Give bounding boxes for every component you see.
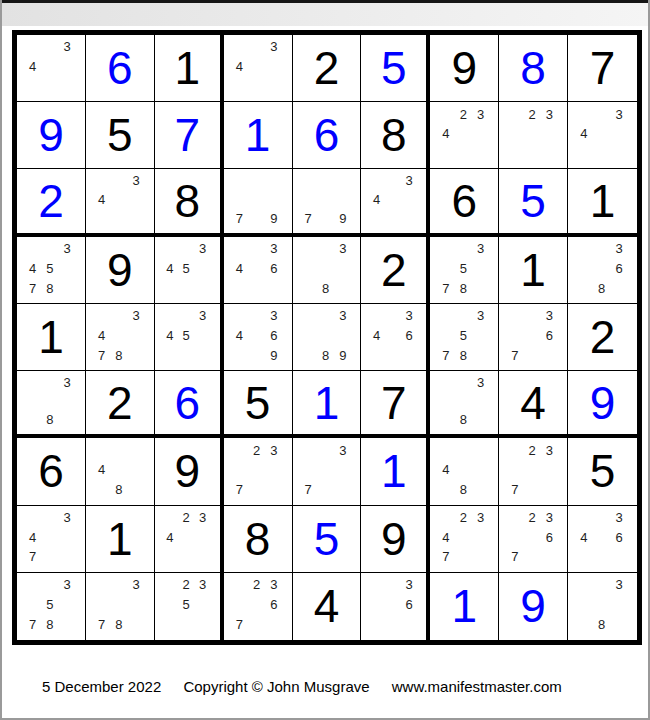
cell-r1c8[interactable]: 8 — [499, 35, 568, 102]
candidate-digit: 7 — [506, 547, 523, 567]
cell-r3c3[interactable]: 8 — [155, 169, 224, 236]
cell-r7c6[interactable]: 1 — [361, 438, 430, 505]
entered-digit: 9 — [38, 112, 64, 158]
candidate-digit: 5 — [455, 258, 472, 278]
cell-r4c1[interactable]: 34578 — [17, 237, 86, 304]
candidate-digit: 4 — [231, 57, 248, 77]
candidate-digit: 3 — [472, 373, 489, 392]
candidate-digit: 9 — [265, 345, 282, 365]
candidate-digit: 3 — [610, 575, 628, 595]
candidate-digit: 4 — [437, 460, 454, 480]
given-digit: 9 — [107, 247, 133, 293]
cell-r4c4[interactable]: 346 — [224, 237, 293, 304]
candidate-digit: 6 — [401, 326, 417, 346]
candidate-grid: 3578 — [430, 304, 498, 370]
candidate-digit: 7 — [93, 615, 110, 635]
cell-r6c8[interactable]: 4 — [499, 371, 568, 438]
cell-r9c5[interactable]: 4 — [293, 573, 362, 640]
cell-r9c9[interactable]: 38 — [568, 573, 637, 640]
cell-r1c5[interactable]: 2 — [293, 35, 362, 102]
candidate-digit: 3 — [334, 239, 351, 259]
candidate-digit: 5 — [455, 326, 472, 346]
entered-digit: 6 — [314, 112, 340, 158]
candidate-grid: 38 — [293, 237, 361, 303]
cell-r5c4[interactable]: 3469 — [224, 304, 293, 371]
candidate-grid: 234 — [155, 506, 220, 572]
cell-r7c7[interactable]: 48 — [430, 438, 499, 505]
candidate-grid: 36 — [361, 573, 426, 640]
entered-digit: 6 — [174, 380, 200, 426]
candidate-digit: 4 — [24, 527, 41, 547]
given-digit: 8 — [381, 112, 407, 158]
given-digit: 2 — [381, 247, 407, 293]
cell-r2c2[interactable]: 5 — [86, 102, 155, 169]
candidate-grid: 2367 — [224, 573, 292, 640]
candidate-digit: 6 — [610, 258, 628, 278]
candidate-digit: 6 — [541, 326, 558, 346]
candidate-digit: 3 — [610, 508, 628, 528]
candidate-digit: 3 — [541, 306, 558, 326]
candidate-digit: 8 — [455, 411, 472, 430]
candidate-digit: 3 — [194, 306, 210, 326]
candidate-digit: 3 — [610, 239, 628, 259]
entered-digit: 6 — [107, 45, 133, 91]
candidate-grid: 79 — [224, 169, 292, 232]
cell-r3c9[interactable]: 1 — [568, 169, 637, 236]
cell-r6c4[interactable]: 5 — [224, 371, 293, 438]
candidate-digit: 8 — [593, 615, 611, 635]
entered-digit: 1 — [245, 112, 271, 158]
candidate-digit: 2 — [178, 575, 194, 595]
candidate-digit: 7 — [300, 209, 317, 228]
cell-r9c6[interactable]: 36 — [361, 573, 430, 640]
cell-r6c9[interactable]: 9 — [568, 371, 637, 438]
cell-r5c1[interactable]: 1 — [17, 304, 86, 371]
candidate-digit: 3 — [401, 306, 417, 326]
cell-r5c2[interactable]: 3478 — [86, 304, 155, 371]
given-digit: 4 — [314, 583, 340, 629]
candidate-digit: 3 — [127, 575, 144, 595]
cell-r8c9[interactable]: 346 — [568, 506, 637, 573]
candidate-digit: 4 — [162, 326, 178, 346]
cell-r8c1[interactable]: 347 — [17, 506, 86, 573]
candidate-grid: 3578 — [17, 573, 85, 640]
candidate-digit: 9 — [265, 209, 282, 228]
candidate-grid: 368 — [568, 237, 637, 303]
candidate-digit: 7 — [231, 209, 248, 228]
candidate-grid: 34 — [568, 102, 637, 168]
entered-digit: 5 — [520, 178, 546, 224]
cell-r8c2[interactable]: 1 — [86, 506, 155, 573]
candidate-grid: 48 — [86, 438, 154, 504]
cell-r5c7[interactable]: 3578 — [430, 304, 499, 371]
candidate-digit: 3 — [265, 37, 282, 57]
candidate-digit: 6 — [541, 527, 558, 547]
cell-r1c1[interactable]: 34 — [17, 35, 86, 102]
cell-r9c8[interactable]: 9 — [499, 573, 568, 640]
candidate-digit: 7 — [437, 345, 454, 365]
candidate-digit: 4 — [437, 527, 454, 547]
cell-r8c5[interactable]: 5 — [293, 506, 362, 573]
candidate-grid: 237 — [224, 438, 292, 504]
candidate-digit: 3 — [265, 306, 282, 326]
candidate-digit: 3 — [541, 104, 558, 124]
candidate-digit: 8 — [455, 278, 472, 298]
cell-r9c4[interactable]: 2367 — [224, 573, 293, 640]
candidate-grid: 38 — [568, 573, 637, 640]
candidate-digit: 4 — [93, 460, 110, 480]
candidate-digit: 3 — [59, 373, 76, 392]
cell-r8c4[interactable]: 8 — [224, 506, 293, 573]
candidate-digit: 3 — [610, 104, 628, 124]
candidate-digit: 8 — [455, 480, 472, 500]
entered-digit: 8 — [520, 45, 546, 91]
candidate-grid: 79 — [293, 169, 361, 232]
candidate-digit: 3 — [334, 440, 351, 460]
cell-r3c6[interactable]: 34 — [361, 169, 430, 236]
cell-r3c1[interactable]: 2 — [17, 169, 86, 236]
cell-r1c7[interactable]: 9 — [430, 35, 499, 102]
candidate-digit: 8 — [41, 615, 58, 635]
candidate-grid: 34 — [361, 169, 426, 232]
candidate-digit: 2 — [455, 104, 472, 124]
given-digit: 5 — [245, 380, 271, 426]
cell-r7c3[interactable]: 9 — [155, 438, 224, 505]
candidate-digit: 3 — [59, 37, 76, 57]
cell-r8c6[interactable]: 9 — [361, 506, 430, 573]
cell-r9c1[interactable]: 3578 — [17, 573, 86, 640]
cell-r5c8[interactable]: 367 — [499, 304, 568, 371]
candidate-digit: 7 — [231, 480, 248, 500]
candidate-grid: 2347 — [430, 506, 498, 572]
candidate-digit: 4 — [24, 258, 41, 278]
cell-r6c7[interactable]: 38 — [430, 371, 499, 438]
candidate-digit: 4 — [93, 326, 110, 346]
cell-r3c4[interactable]: 79 — [224, 169, 293, 236]
cell-r3c8[interactable]: 5 — [499, 169, 568, 236]
candidate-grid: 37 — [293, 438, 361, 504]
entered-digit: 2 — [38, 178, 64, 224]
cell-r1c2[interactable]: 6 — [86, 35, 155, 102]
candidate-digit: 5 — [41, 595, 58, 615]
candidate-digit: 4 — [93, 190, 110, 209]
given-digit: 2 — [314, 45, 340, 91]
candidate-digit: 6 — [265, 595, 282, 615]
candidate-digit: 7 — [506, 345, 523, 365]
candidate-digit: 4 — [24, 57, 41, 77]
candidate-digit: 3 — [401, 171, 417, 190]
candidate-digit: 7 — [231, 615, 248, 635]
given-digit: 8 — [245, 516, 271, 562]
candidate-grid: 234 — [430, 102, 498, 168]
cell-r6c5[interactable]: 1 — [293, 371, 362, 438]
candidate-grid: 34 — [224, 35, 292, 101]
entered-digit: 9 — [520, 583, 546, 629]
candidate-digit: 5 — [41, 258, 58, 278]
cell-r6c1[interactable]: 38 — [17, 371, 86, 438]
candidate-digit: 4 — [437, 124, 454, 144]
candidate-grid: 2367 — [499, 506, 567, 572]
cell-r4c5[interactable]: 38 — [293, 237, 362, 304]
given-digit: 6 — [451, 178, 477, 224]
cell-r4c7[interactable]: 3578 — [430, 237, 499, 304]
candidate-grid: 3578 — [430, 237, 498, 303]
cell-r8c7[interactable]: 2347 — [430, 506, 499, 573]
entered-digit: 1 — [314, 380, 340, 426]
candidate-digit: 2 — [248, 575, 265, 595]
candidate-digit: 6 — [610, 527, 628, 547]
cell-r5c6[interactable]: 346 — [361, 304, 430, 371]
cell-r6c6[interactable]: 7 — [361, 371, 430, 438]
cell-r7c5[interactable]: 37 — [293, 438, 362, 505]
candidate-digit: 8 — [455, 345, 472, 365]
candidate-digit: 3 — [472, 508, 489, 528]
candidate-digit: 7 — [506, 480, 523, 500]
cell-r2c7[interactable]: 234 — [430, 102, 499, 169]
sudoku-board: 3461342598795716823423342348797934651345… — [12, 30, 642, 645]
cell-r7c9[interactable]: 5 — [568, 438, 637, 505]
candidate-digit: 4 — [575, 527, 593, 547]
candidate-digit: 8 — [317, 345, 334, 365]
candidate-grid: 347 — [17, 506, 85, 572]
candidate-digit: 3 — [472, 104, 489, 124]
candidate-grid: 378 — [86, 573, 154, 640]
cell-r2c1[interactable]: 9 — [17, 102, 86, 169]
candidate-grid: 345 — [155, 304, 220, 370]
candidate-grid: 235 — [155, 573, 220, 640]
candidate-digit: 7 — [93, 345, 110, 365]
candidate-digit: 6 — [265, 326, 282, 346]
candidate-grid: 34578 — [17, 237, 85, 303]
candidate-grid: 48 — [430, 438, 498, 504]
given-digit: 4 — [520, 380, 546, 426]
candidate-digit: 3 — [127, 171, 144, 190]
candidate-grid: 367 — [499, 304, 567, 370]
cell-r4c3[interactable]: 345 — [155, 237, 224, 304]
cell-r3c7[interactable]: 6 — [430, 169, 499, 236]
candidate-digit: 3 — [541, 440, 558, 460]
candidate-digit: 3 — [127, 306, 144, 326]
candidate-digit: 7 — [24, 615, 41, 635]
candidate-digit: 2 — [524, 104, 541, 124]
candidate-grid: 3478 — [86, 304, 154, 370]
cell-r5c9[interactable]: 2 — [568, 304, 637, 371]
cell-r6c2[interactable]: 2 — [86, 371, 155, 438]
cell-r9c3[interactable]: 235 — [155, 573, 224, 640]
candidate-digit: 3 — [194, 508, 210, 528]
entered-digit: 9 — [590, 380, 616, 426]
given-digit: 9 — [381, 516, 407, 562]
given-digit: 1 — [107, 516, 133, 562]
cell-r2c4[interactable]: 1 — [224, 102, 293, 169]
given-digit: 1 — [590, 178, 616, 224]
cell-r8c3[interactable]: 234 — [155, 506, 224, 573]
given-digit: 6 — [38, 448, 64, 494]
candidate-digit: 4 — [231, 326, 248, 346]
candidate-digit: 9 — [334, 209, 351, 228]
candidate-grid: 34 — [86, 169, 154, 232]
cell-r7c1[interactable]: 6 — [17, 438, 86, 505]
footer-date: 5 December 2022 — [42, 678, 161, 695]
candidate-digit: 7 — [24, 278, 41, 298]
candidate-grid: 38 — [430, 371, 498, 434]
candidate-digit: 5 — [178, 595, 194, 615]
candidate-digit: 3 — [472, 306, 489, 326]
given-digit: 1 — [520, 247, 546, 293]
candidate-digit: 3 — [334, 306, 351, 326]
candidate-grid: 3469 — [224, 304, 292, 370]
cell-r3c2[interactable]: 34 — [86, 169, 155, 236]
cell-r2c9[interactable]: 34 — [568, 102, 637, 169]
given-digit: 2 — [107, 380, 133, 426]
candidate-digit: 3 — [265, 239, 282, 259]
candidate-digit: 6 — [265, 258, 282, 278]
entered-digit: 7 — [174, 112, 200, 158]
candidate-grid: 389 — [293, 304, 361, 370]
given-digit: 9 — [451, 45, 477, 91]
candidate-digit: 5 — [178, 258, 194, 278]
candidate-digit: 2 — [524, 508, 541, 528]
footer: 5 December 2022 Copyright © John Musgrav… — [42, 678, 580, 696]
entered-digit: 5 — [314, 516, 340, 562]
entered-digit: 1 — [381, 448, 407, 494]
cell-r8c8[interactable]: 2367 — [499, 506, 568, 573]
cell-r3c5[interactable]: 79 — [293, 169, 362, 236]
candidate-digit: 8 — [110, 345, 127, 365]
candidate-digit: 3 — [59, 239, 76, 259]
candidate-digit: 8 — [41, 278, 58, 298]
cell-r4c9[interactable]: 368 — [568, 237, 637, 304]
candidate-digit: 4 — [162, 258, 178, 278]
given-digit: 9 — [174, 448, 200, 494]
cell-r2c8[interactable]: 23 — [499, 102, 568, 169]
footer-website: www.manifestmaster.com — [392, 678, 562, 695]
candidate-grid: 38 — [17, 371, 85, 434]
cell-r6c3[interactable]: 6 — [155, 371, 224, 438]
candidate-digit: 3 — [265, 575, 282, 595]
candidate-digit: 7 — [437, 547, 454, 567]
candidate-digit: 5 — [178, 326, 194, 346]
cell-r9c2[interactable]: 378 — [86, 573, 155, 640]
cell-r1c3[interactable]: 1 — [155, 35, 224, 102]
candidate-grid: 346 — [361, 304, 426, 370]
candidate-digit: 3 — [194, 239, 210, 259]
candidate-digit: 4 — [368, 326, 384, 346]
candidate-digit: 4 — [162, 527, 178, 547]
candidate-digit: 3 — [541, 508, 558, 528]
candidate-digit: 6 — [401, 595, 417, 615]
cell-r5c3[interactable]: 345 — [155, 304, 224, 371]
candidate-digit: 4 — [368, 190, 384, 209]
candidate-digit: 8 — [41, 411, 58, 430]
candidate-digit: 3 — [59, 508, 76, 528]
entered-digit: 5 — [381, 45, 407, 91]
cell-r2c3[interactable]: 7 — [155, 102, 224, 169]
candidate-digit: 8 — [317, 278, 334, 298]
candidate-digit: 7 — [437, 278, 454, 298]
page: 3461342598795716823423342348797934651345… — [0, 0, 650, 720]
cell-r7c8[interactable]: 237 — [499, 438, 568, 505]
given-digit: 7 — [590, 45, 616, 91]
candidate-grid: 34 — [17, 35, 85, 101]
candidate-digit: 8 — [110, 480, 127, 500]
candidate-digit: 3 — [59, 575, 76, 595]
cell-r1c4[interactable]: 34 — [224, 35, 293, 102]
cell-r2c6[interactable]: 8 — [361, 102, 430, 169]
cell-r7c2[interactable]: 48 — [86, 438, 155, 505]
given-digit: 1 — [174, 45, 200, 91]
cell-r4c2[interactable]: 9 — [86, 237, 155, 304]
candidate-grid: 23 — [499, 102, 567, 168]
candidate-grid: 346 — [568, 506, 637, 572]
footer-copyright: Copyright © John Musgrave — [183, 678, 369, 695]
entered-digit: 1 — [451, 583, 477, 629]
candidate-digit: 2 — [524, 440, 541, 460]
candidate-digit: 2 — [248, 440, 265, 460]
candidate-digit: 3 — [194, 575, 210, 595]
candidate-grid: 345 — [155, 237, 220, 303]
candidate-grid: 237 — [499, 438, 567, 504]
candidate-digit: 4 — [575, 124, 593, 144]
candidate-digit: 4 — [231, 258, 248, 278]
candidate-digit: 3 — [401, 575, 417, 595]
cell-r4c8[interactable]: 1 — [499, 237, 568, 304]
cell-r7c4[interactable]: 237 — [224, 438, 293, 505]
header-bar — [2, 0, 648, 26]
given-digit: 5 — [107, 112, 133, 158]
given-digit: 5 — [590, 448, 616, 494]
candidate-digit: 2 — [455, 508, 472, 528]
candidate-digit: 3 — [265, 440, 282, 460]
candidate-digit: 8 — [110, 615, 127, 635]
cell-r1c6[interactable]: 5 — [361, 35, 430, 102]
candidate-digit: 7 — [24, 547, 41, 567]
candidate-grid: 346 — [224, 237, 292, 303]
given-digit: 2 — [590, 314, 616, 360]
given-digit: 1 — [38, 314, 64, 360]
cell-r5c5[interactable]: 389 — [293, 304, 362, 371]
candidate-digit: 8 — [593, 278, 611, 298]
candidate-digit: 7 — [300, 480, 317, 500]
cell-r1c9[interactable]: 7 — [568, 35, 637, 102]
cell-r9c7[interactable]: 1 — [430, 573, 499, 640]
candidate-digit: 9 — [334, 345, 351, 365]
candidate-digit: 3 — [472, 239, 489, 259]
given-digit: 7 — [381, 380, 407, 426]
cell-r4c6[interactable]: 2 — [361, 237, 430, 304]
given-digit: 8 — [174, 178, 200, 224]
candidate-digit: 2 — [178, 508, 194, 528]
cell-r2c5[interactable]: 6 — [293, 102, 362, 169]
